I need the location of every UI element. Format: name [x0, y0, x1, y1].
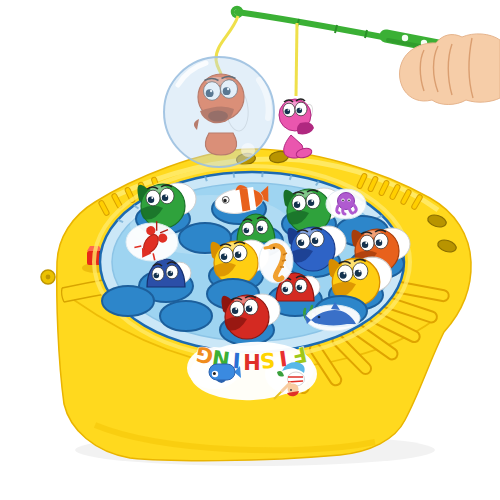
fishing-letter: H [243, 349, 261, 373]
fish-hole [102, 286, 154, 316]
rotating-pond [94, 166, 410, 358]
seahorse-sticker [259, 239, 293, 283]
bubble [164, 57, 274, 167]
fish-hole [160, 301, 212, 331]
caught-pink-fish-group[interactable] [279, 23, 315, 159]
screw-hole-center [46, 275, 51, 280]
handle-hole-1 [402, 35, 408, 41]
fishing-game-scene: FISHING [0, 0, 500, 500]
fishing-rod[interactable] [233, 8, 444, 51]
fishing-line-2 [296, 23, 297, 96]
caught-pink-fish [279, 99, 315, 159]
caught-orange-fish-group[interactable] [164, 16, 274, 167]
octopus-sticker [326, 189, 366, 219]
